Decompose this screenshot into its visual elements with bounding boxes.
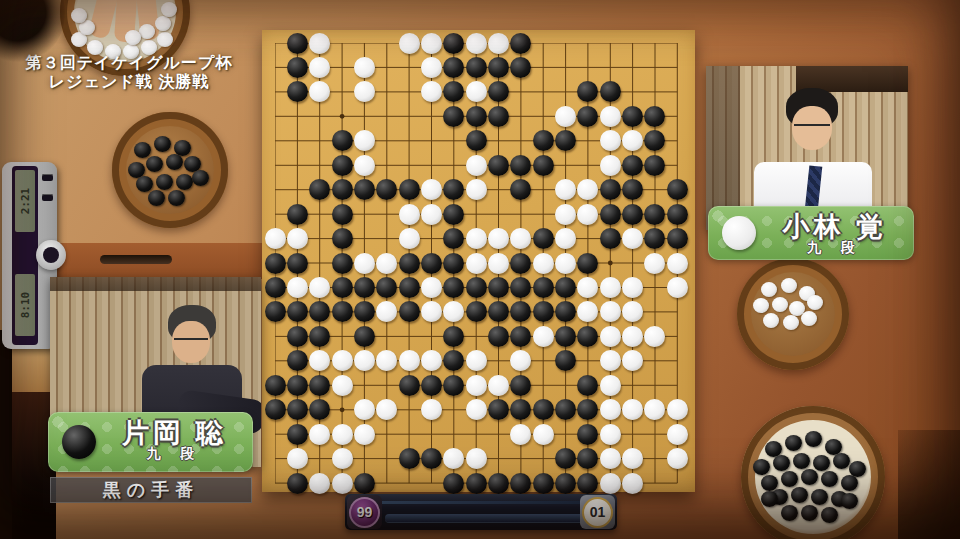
white-stone	[667, 253, 688, 274]
clock-display-bottom: 8:10	[15, 274, 35, 336]
black-stone	[443, 106, 464, 127]
black-stone	[466, 277, 487, 298]
white-bowl-stone	[801, 311, 817, 326]
black-bowl-stone	[811, 489, 828, 505]
black-stone	[443, 228, 464, 249]
timer-bar: 99 01	[345, 494, 617, 530]
black-stone	[600, 81, 621, 102]
white-stone	[399, 350, 420, 371]
black-stone	[287, 350, 308, 371]
black-stone	[399, 253, 420, 274]
white-stone	[667, 399, 688, 420]
black-stone	[488, 301, 509, 322]
black-stone	[577, 106, 598, 127]
white-bowl-stone	[125, 30, 141, 45]
black-stone	[443, 33, 464, 54]
white-stone	[443, 301, 464, 322]
white-stone	[600, 399, 621, 420]
black-stone	[510, 399, 531, 420]
white-stone	[421, 179, 442, 200]
black-stone	[488, 106, 509, 127]
white-stone	[466, 228, 487, 249]
black-bowl-stone	[136, 176, 153, 192]
black-bowl-stone	[781, 471, 798, 487]
white-bowl-stone	[781, 278, 797, 293]
black-stone	[466, 130, 487, 151]
white-stone	[399, 33, 420, 54]
white-stone	[399, 204, 420, 225]
black-stone	[555, 399, 576, 420]
wood-beam	[50, 277, 261, 291]
black-stone	[443, 204, 464, 225]
white-bowl-stone	[772, 297, 788, 312]
black-stone	[644, 130, 665, 151]
black-bowl-stone	[192, 170, 209, 186]
turn-indicator: 黒の手番	[50, 477, 252, 503]
white-stone	[667, 277, 688, 298]
white-stone	[533, 253, 554, 274]
white-stone	[466, 350, 487, 371]
black-stone	[510, 179, 531, 200]
clock-button	[42, 174, 53, 181]
shadow-bottom-right	[898, 430, 960, 539]
white-stone	[376, 399, 397, 420]
clock-dial	[36, 240, 66, 270]
black-bowl-stone	[146, 156, 163, 172]
white-bowl-stone	[71, 8, 87, 23]
white-stone	[421, 399, 442, 420]
white-stone	[287, 277, 308, 298]
white-stone	[533, 326, 554, 347]
white-stone	[443, 448, 464, 469]
white-stone	[376, 350, 397, 371]
white-stone	[600, 106, 621, 127]
white-stone	[577, 277, 598, 298]
black-stone	[332, 228, 353, 249]
black-bowl-stone	[176, 174, 193, 190]
white-stone	[466, 375, 487, 396]
black-stone	[309, 375, 330, 396]
black-bowl-stone	[813, 455, 830, 471]
black-bowl-stone	[833, 453, 850, 469]
lid-with-white-stones	[737, 258, 849, 370]
white-stone	[622, 473, 643, 494]
white-stone	[332, 448, 353, 469]
white-stone	[600, 130, 621, 151]
black-stone	[600, 228, 621, 249]
white-stone	[399, 228, 420, 249]
black-stone	[488, 81, 509, 102]
black-bowl-stone	[841, 475, 858, 491]
black-stone	[555, 130, 576, 151]
black-stone	[533, 155, 554, 176]
black-stone	[577, 473, 598, 494]
timer-left-value: 99	[349, 497, 380, 528]
black-stone	[265, 253, 286, 274]
black-stone	[421, 375, 442, 396]
black-stone	[488, 399, 509, 420]
go-board	[262, 30, 695, 492]
black-stone	[510, 253, 531, 274]
black-stone	[510, 277, 531, 298]
black-stone	[577, 448, 598, 469]
black-stone	[577, 375, 598, 396]
nameplate-white-player: 小林 覚 九 段	[708, 206, 914, 260]
black-stone	[332, 130, 353, 151]
black-stone	[309, 179, 330, 200]
white-stone	[600, 350, 621, 371]
black-stone-icon	[62, 425, 96, 459]
black-bowl-stone	[805, 431, 822, 447]
black-stone	[577, 399, 598, 420]
black-stone	[421, 253, 442, 274]
timer-right-value: 01	[582, 497, 613, 528]
lid-with-black-stones	[112, 112, 228, 228]
tournament-title-line1: 第３回テイケイグループ杯	[14, 53, 244, 72]
white-stone	[354, 130, 375, 151]
black-stone	[510, 33, 531, 54]
black-stone	[443, 277, 464, 298]
white-stone	[466, 253, 487, 274]
black-stone	[555, 448, 576, 469]
white-stone	[622, 448, 643, 469]
black-bowl-stone	[761, 491, 778, 507]
white-stone	[309, 350, 330, 371]
black-stone	[421, 448, 442, 469]
timer-stripe	[385, 514, 591, 522]
black-stone	[443, 81, 464, 102]
clock-display-top: 2:21	[15, 170, 35, 232]
door-handle	[100, 255, 172, 264]
white-stone	[644, 253, 665, 274]
white-stone	[466, 33, 487, 54]
white-stone	[354, 350, 375, 371]
black-stone	[287, 326, 308, 347]
white-stone	[488, 228, 509, 249]
white-stone	[309, 81, 330, 102]
black-bowl-stone	[791, 487, 808, 503]
white-bowl-stone	[157, 32, 173, 47]
white-stone	[488, 253, 509, 274]
black-stone	[443, 57, 464, 78]
black-stone	[577, 253, 598, 274]
black-stone	[510, 155, 531, 176]
glasses	[174, 338, 208, 346]
black-stone	[354, 473, 375, 494]
white-stone	[421, 204, 442, 225]
black-stone	[622, 155, 643, 176]
white-stone	[466, 448, 487, 469]
black-stone	[287, 57, 308, 78]
white-stone	[555, 106, 576, 127]
white-stone	[600, 301, 621, 322]
white-stone	[510, 350, 531, 371]
black-stone	[622, 106, 643, 127]
black-bowl-stone	[154, 136, 171, 152]
black-stone	[466, 473, 487, 494]
white-stone	[667, 448, 688, 469]
black-stone	[265, 375, 286, 396]
white-stone	[466, 399, 487, 420]
broadcast-frame: 2:21 8:10 第３回テイケイグループ杯 レジェンド戦 決勝戦	[0, 0, 960, 539]
white-stone	[287, 448, 308, 469]
white-stone	[309, 277, 330, 298]
white-stone	[466, 81, 487, 102]
board-stones	[275, 43, 678, 484]
white-stone	[600, 155, 621, 176]
white-bowl-stone	[807, 295, 823, 310]
white-stone	[600, 277, 621, 298]
black-stone	[309, 301, 330, 322]
black-stone	[443, 326, 464, 347]
black-stone	[667, 228, 688, 249]
white-stone	[622, 301, 643, 322]
black-stone	[488, 277, 509, 298]
white-bowl-stone	[753, 298, 769, 313]
black-stone	[555, 326, 576, 347]
black-stone	[644, 204, 665, 225]
white-stone	[622, 399, 643, 420]
white-stone	[421, 301, 442, 322]
game-clock: 2:21 8:10	[2, 162, 57, 349]
black-bowl-stone	[753, 459, 770, 475]
white-stone	[376, 301, 397, 322]
white-stone	[332, 350, 353, 371]
white-stone	[600, 473, 621, 494]
white-stone	[354, 399, 375, 420]
white-stone	[644, 326, 665, 347]
tournament-title-line2: レジェンド戦 決勝戦	[14, 72, 244, 91]
black-bowl-stone	[156, 174, 173, 190]
white-stone	[488, 375, 509, 396]
black-stone	[510, 326, 531, 347]
white-stone	[421, 277, 442, 298]
black-stone	[287, 33, 308, 54]
white-stone	[421, 81, 442, 102]
black-stone	[622, 204, 643, 225]
white-stone	[600, 375, 621, 396]
black-stone	[265, 399, 286, 420]
black-bowl-stone	[785, 435, 802, 451]
black-stone	[265, 301, 286, 322]
black-stone	[332, 277, 353, 298]
black-bowl-stone	[781, 505, 798, 521]
black-stone	[622, 179, 643, 200]
black-stone	[376, 277, 397, 298]
black-stone	[399, 448, 420, 469]
white-stone	[577, 204, 598, 225]
white-stone	[510, 424, 531, 445]
white-player-rank: 九 段	[764, 239, 906, 257]
black-bowl-stone	[134, 142, 151, 158]
black-bowl-stone	[801, 505, 818, 521]
black-stone	[644, 155, 665, 176]
white-bowl-stone	[761, 282, 777, 297]
black-bowl-stone	[821, 507, 838, 523]
black-stone	[533, 301, 554, 322]
black-stone	[466, 301, 487, 322]
black-stone	[577, 81, 598, 102]
black-bowl-stone	[821, 471, 838, 487]
white-stone	[309, 424, 330, 445]
white-stone	[644, 399, 665, 420]
black-stone	[332, 204, 353, 225]
black-stone	[332, 301, 353, 322]
black-stone	[533, 130, 554, 151]
black-stone	[309, 399, 330, 420]
black-stone	[443, 350, 464, 371]
white-stone	[309, 473, 330, 494]
black-stone	[399, 179, 420, 200]
black-stone	[287, 399, 308, 420]
black-stone	[667, 204, 688, 225]
black-stone	[510, 473, 531, 494]
white-stone	[354, 155, 375, 176]
white-stone	[332, 473, 353, 494]
white-bowl-stone	[161, 2, 177, 17]
black-stone	[354, 277, 375, 298]
black-stone	[443, 375, 464, 396]
white-stone	[287, 228, 308, 249]
black-stone	[466, 57, 487, 78]
timer-right-badge: 01	[580, 495, 615, 529]
black-stone	[287, 375, 308, 396]
white-stone	[421, 350, 442, 371]
black-stone	[667, 179, 688, 200]
black-stone	[332, 155, 353, 176]
black-stone	[354, 179, 375, 200]
black-bowl-stone	[773, 455, 790, 471]
black-stone	[287, 253, 308, 274]
black-stone	[488, 326, 509, 347]
glasses	[794, 124, 830, 132]
white-stone	[421, 33, 442, 54]
black-stone	[399, 277, 420, 298]
timer-stripe	[353, 501, 609, 504]
white-stone	[309, 57, 330, 78]
black-stone	[577, 424, 598, 445]
black-stone	[577, 326, 598, 347]
white-stone	[622, 350, 643, 371]
black-stone	[555, 277, 576, 298]
black-stone	[644, 106, 665, 127]
black-stone	[399, 375, 420, 396]
white-stone	[510, 228, 531, 249]
white-stone	[555, 228, 576, 249]
black-stone	[376, 179, 397, 200]
shadow-left-edge	[0, 330, 12, 539]
black-stone	[533, 277, 554, 298]
black-stone	[287, 473, 308, 494]
white-stone-icon	[722, 216, 756, 250]
nameplate-black-player: 片岡 聡 九 段	[48, 412, 253, 472]
black-bowl-stone	[801, 469, 818, 485]
black-stone	[399, 301, 420, 322]
white-stone	[622, 326, 643, 347]
white-stone	[600, 326, 621, 347]
white-bowl-stone	[139, 24, 155, 39]
black-stone	[555, 350, 576, 371]
tournament-title: 第３回テイケイグループ杯 レジェンド戦 決勝戦	[14, 53, 244, 91]
white-stone	[577, 179, 598, 200]
black-stone	[488, 57, 509, 78]
black-stone	[443, 473, 464, 494]
white-stone	[309, 33, 330, 54]
white-stone	[667, 424, 688, 445]
black-stone	[332, 179, 353, 200]
white-stone	[533, 424, 554, 445]
black-bowl-stone	[168, 190, 185, 206]
black-stone	[287, 424, 308, 445]
black-stone	[600, 179, 621, 200]
black-stone	[287, 81, 308, 102]
black-stone	[443, 253, 464, 274]
white-stone	[555, 253, 576, 274]
white-stone	[600, 424, 621, 445]
black-stone	[510, 57, 531, 78]
white-stone	[265, 228, 286, 249]
black-stone	[533, 228, 554, 249]
black-stone	[488, 155, 509, 176]
black-stone	[510, 375, 531, 396]
white-bowl-stone	[783, 315, 799, 330]
black-stone	[354, 301, 375, 322]
black-stone	[466, 106, 487, 127]
black-stone	[600, 204, 621, 225]
timer-left-badge: 99	[347, 495, 382, 529]
white-bowl-stone	[763, 313, 779, 328]
bowl-with-black-stones	[741, 406, 885, 539]
black-stone	[443, 179, 464, 200]
white-stone	[466, 155, 487, 176]
white-stone	[421, 57, 442, 78]
white-stone	[555, 204, 576, 225]
black-stone	[555, 473, 576, 494]
white-stone	[577, 301, 598, 322]
white-stone	[332, 375, 353, 396]
white-stone	[354, 424, 375, 445]
black-stone	[644, 228, 665, 249]
white-stone	[332, 424, 353, 445]
black-stone	[287, 204, 308, 225]
white-stone	[622, 130, 643, 151]
white-bowl-stone	[155, 16, 171, 31]
black-stone	[488, 473, 509, 494]
white-stone	[555, 179, 576, 200]
black-bowl-stone	[793, 453, 810, 469]
white-stone	[354, 81, 375, 102]
white-stone	[488, 33, 509, 54]
black-stone	[510, 301, 531, 322]
black-bowl-stone	[841, 493, 858, 509]
white-stone	[466, 179, 487, 200]
black-stone	[354, 326, 375, 347]
black-stone	[533, 473, 554, 494]
white-stone	[622, 228, 643, 249]
black-bowl-stone	[166, 154, 183, 170]
black-stone	[555, 301, 576, 322]
black-player-rank: 九 段	[104, 445, 245, 463]
white-stone	[600, 448, 621, 469]
black-stone	[533, 399, 554, 420]
black-stone	[309, 326, 330, 347]
black-stone	[287, 301, 308, 322]
black-stone	[332, 253, 353, 274]
white-stone	[354, 253, 375, 274]
white-stone	[354, 57, 375, 78]
white-stone	[622, 277, 643, 298]
white-stone	[376, 253, 397, 274]
